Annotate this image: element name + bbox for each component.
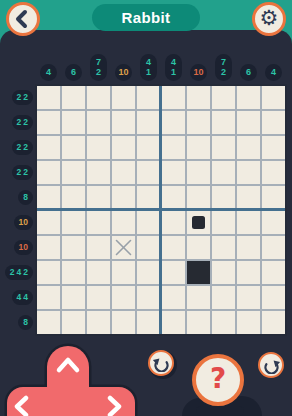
cell-r10c4[interactable] xyxy=(112,311,135,334)
cell-r7c5[interactable] xyxy=(137,236,160,259)
cell-r2c10[interactable] xyxy=(262,111,285,134)
column-clue-9: 6 xyxy=(240,64,257,81)
clue-number: 7 xyxy=(96,58,101,67)
cell-r8c1[interactable] xyxy=(37,261,60,284)
column-clue-1: 4 xyxy=(40,64,57,81)
cell-r7c4[interactable] xyxy=(112,236,135,259)
clue-number: 10 xyxy=(19,240,28,255)
clue-number: 10 xyxy=(118,68,128,77)
column-clue-10: 4 xyxy=(265,64,282,81)
clue-number: 2 xyxy=(221,68,226,77)
cell-r8c4[interactable] xyxy=(112,261,135,284)
column-clue-7: 10 xyxy=(190,64,207,81)
cell-r7c3[interactable] xyxy=(87,236,110,259)
cell-r3c9[interactable] xyxy=(237,136,260,159)
cell-r9c9[interactable] xyxy=(237,286,260,309)
cell-r9c5[interactable] xyxy=(137,286,160,309)
x-mark-icon xyxy=(112,236,135,259)
cell-r10c1[interactable] xyxy=(37,311,60,334)
cell-r8c6[interactable] xyxy=(162,261,185,284)
cell-r1c1[interactable] xyxy=(37,86,60,109)
cell-r8c3[interactable] xyxy=(87,261,110,284)
cell-r5c3[interactable] xyxy=(87,186,110,209)
cell-r5c1[interactable] xyxy=(37,186,60,209)
cell-r3c3[interactable] xyxy=(87,136,110,159)
cell-r3c2[interactable] xyxy=(62,136,85,159)
clue-number: 2 xyxy=(10,265,15,280)
cell-r7c8[interactable] xyxy=(212,236,235,259)
row-clue-1: 22 xyxy=(12,90,33,105)
cell-r5c7[interactable] xyxy=(187,186,210,209)
column-clue-4: 10 xyxy=(115,64,132,81)
cell-r3c10[interactable] xyxy=(262,136,285,159)
row-clue-7: 10 xyxy=(14,240,33,255)
cell-r10c9[interactable] xyxy=(237,311,260,334)
cell-r3c1[interactable] xyxy=(37,136,60,159)
cell-r4c7[interactable] xyxy=(187,161,210,184)
clue-number: 6 xyxy=(71,68,76,77)
clue-number: 2 xyxy=(23,140,28,155)
row-clue-2: 22 xyxy=(12,115,33,130)
cell-r5c8[interactable] xyxy=(212,186,235,209)
cell-r1c10[interactable] xyxy=(262,86,285,109)
decor-blob xyxy=(196,406,244,416)
dpad-control[interactable] xyxy=(0,340,140,416)
clue-number: 4 xyxy=(23,290,28,305)
cell-r1c8[interactable] xyxy=(212,86,235,109)
cell-r2c3[interactable] xyxy=(87,111,110,134)
cell-r9c3[interactable] xyxy=(87,286,110,309)
cell-r3c8[interactable] xyxy=(212,136,235,159)
clue-number: 10 xyxy=(19,215,28,230)
row-clue-4: 22 xyxy=(12,165,33,180)
clue-number: 2 xyxy=(23,265,28,280)
clue-number: 1 xyxy=(146,68,151,77)
cell-r7c7[interactable] xyxy=(187,236,210,259)
cell-r7c9[interactable] xyxy=(237,236,260,259)
cell-r9c2[interactable] xyxy=(62,286,85,309)
clue-number: 6 xyxy=(246,68,251,77)
title-pill: Rabbit xyxy=(92,4,200,31)
cell-r8c8[interactable] xyxy=(212,261,235,284)
column-clue-8: 72 xyxy=(215,54,232,81)
cell-r9c1[interactable] xyxy=(37,286,60,309)
cell-r10c7[interactable] xyxy=(187,311,210,334)
cell-r6c5[interactable] xyxy=(137,211,160,234)
cell-r6c10[interactable] xyxy=(262,211,285,234)
cell-r4c5[interactable] xyxy=(137,161,160,184)
block-divider-horizontal xyxy=(37,208,285,211)
cell-r5c10[interactable] xyxy=(262,186,285,209)
help-button[interactable]: ? xyxy=(192,354,244,406)
cell-r6c9[interactable] xyxy=(237,211,260,234)
clue-number: 8 xyxy=(23,190,28,205)
cell-r4c10[interactable] xyxy=(262,161,285,184)
settings-button[interactable]: ⚙ xyxy=(252,2,286,36)
nonogram-app: Rabbit ⚙ 4672104141107264 22222222810102… xyxy=(0,0,292,416)
column-clue-5: 41 xyxy=(140,54,157,81)
clue-number: 1 xyxy=(171,68,176,77)
redo-button[interactable] xyxy=(258,352,284,378)
cell-r6c6[interactable] xyxy=(162,211,185,234)
cell-r1c2[interactable] xyxy=(62,86,85,109)
cell-r2c5[interactable] xyxy=(137,111,160,134)
cell-r10c2[interactable] xyxy=(62,311,85,334)
cell-r8c5[interactable] xyxy=(137,261,160,284)
cell-r7c6[interactable] xyxy=(162,236,185,259)
row-clue-9: 44 xyxy=(12,290,33,305)
cell-r4c9[interactable] xyxy=(237,161,260,184)
cell-r10c8[interactable] xyxy=(212,311,235,334)
cell-r4c2[interactable] xyxy=(62,161,85,184)
row-clue-6: 10 xyxy=(14,215,33,230)
cell-r6c7[interactable] xyxy=(187,211,210,234)
cell-r6c1[interactable] xyxy=(37,211,60,234)
cell-r8c10[interactable] xyxy=(262,261,285,284)
clue-number: 4 xyxy=(46,68,51,77)
question-mark-icon: ? xyxy=(210,365,226,393)
page-title: Rabbit xyxy=(121,9,170,26)
cell-r1c6[interactable] xyxy=(162,86,185,109)
cell-r5c6[interactable] xyxy=(162,186,185,209)
undo-button[interactable] xyxy=(148,350,174,376)
cell-r3c7[interactable] xyxy=(187,136,210,159)
cell-r10c6[interactable] xyxy=(162,311,185,334)
cell-r1c7[interactable] xyxy=(187,86,210,109)
cell-r6c4[interactable] xyxy=(112,211,135,234)
clue-number: 4 xyxy=(271,68,276,77)
cell-r5c9[interactable] xyxy=(237,186,260,209)
cell-r8c2[interactable] xyxy=(62,261,85,284)
cell-r2c4[interactable] xyxy=(112,111,135,134)
column-clue-6: 41 xyxy=(165,54,182,81)
cell-r2c9[interactable] xyxy=(237,111,260,134)
cell-r8c9[interactable] xyxy=(237,261,260,284)
cell-r7c2[interactable] xyxy=(62,236,85,259)
cell-r10c5[interactable] xyxy=(137,311,160,334)
cell-r4c1[interactable] xyxy=(37,161,60,184)
cell-r2c1[interactable] xyxy=(37,111,60,134)
cell-r10c3[interactable] xyxy=(87,311,110,334)
clue-number: 2 xyxy=(17,165,22,180)
undo-icon xyxy=(151,354,172,372)
clue-number: 4 xyxy=(17,265,22,280)
cell-r2c8[interactable] xyxy=(212,111,235,134)
clue-number: 2 xyxy=(17,140,22,155)
cell-r9c4[interactable] xyxy=(112,286,135,309)
row-clue-3: 22 xyxy=(12,140,33,155)
clue-number: 2 xyxy=(23,165,28,180)
column-clue-2: 6 xyxy=(65,64,82,81)
clue-number: 2 xyxy=(17,90,22,105)
cell-r4c6[interactable] xyxy=(162,161,185,184)
cell-r4c8[interactable] xyxy=(212,161,235,184)
cell-r9c10[interactable] xyxy=(262,286,285,309)
cell-r9c8[interactable] xyxy=(212,286,235,309)
clue-number: 2 xyxy=(23,115,28,130)
cell-r1c5[interactable] xyxy=(137,86,160,109)
cell-r6c3[interactable] xyxy=(87,211,110,234)
clue-number: 4 xyxy=(146,58,151,67)
partial-fill-square xyxy=(192,216,205,229)
clue-number: 2 xyxy=(96,68,101,77)
clue-number: 2 xyxy=(17,115,22,130)
cell-r2c6[interactable] xyxy=(162,111,185,134)
chevron-left-icon xyxy=(9,5,37,33)
cell-r9c6[interactable] xyxy=(162,286,185,309)
cell-r5c4[interactable] xyxy=(112,186,135,209)
cell-r3c4[interactable] xyxy=(112,136,135,159)
cell-r2c2[interactable] xyxy=(62,111,85,134)
cell-r4c3[interactable] xyxy=(87,161,110,184)
clue-number: 4 xyxy=(17,290,22,305)
cell-r4c4[interactable] xyxy=(112,161,135,184)
redo-icon xyxy=(261,356,282,374)
cell-r1c3[interactable] xyxy=(87,86,110,109)
cell-r3c6[interactable] xyxy=(162,136,185,159)
row-clue-10: 8 xyxy=(18,315,33,330)
cell-r9c7[interactable] xyxy=(187,286,210,309)
cell-r5c2[interactable] xyxy=(62,186,85,209)
cell-r7c10[interactable] xyxy=(262,236,285,259)
board-grid xyxy=(35,84,287,336)
cell-r2c7[interactable] xyxy=(187,111,210,134)
cell-r1c9[interactable] xyxy=(237,86,260,109)
cell-r5c5[interactable] xyxy=(137,186,160,209)
cell-r8c7[interactable] xyxy=(187,261,210,284)
row-clue-8: 242 xyxy=(5,265,33,280)
clue-number: 10 xyxy=(193,68,203,77)
cell-r10c10[interactable] xyxy=(262,311,285,334)
cell-r6c8[interactable] xyxy=(212,211,235,234)
clue-number: 8 xyxy=(23,315,28,330)
back-button[interactable] xyxy=(6,2,40,36)
cell-r3c5[interactable] xyxy=(137,136,160,159)
cell-r6c2[interactable] xyxy=(62,211,85,234)
clue-number: 4 xyxy=(171,58,176,67)
column-clue-3: 72 xyxy=(90,54,107,81)
clue-number: 7 xyxy=(221,58,226,67)
gear-icon: ⚙ xyxy=(260,8,279,29)
clue-number: 2 xyxy=(23,90,28,105)
row-clue-5: 8 xyxy=(18,190,33,205)
cell-r7c1[interactable] xyxy=(37,236,60,259)
cell-r1c4[interactable] xyxy=(112,86,135,109)
